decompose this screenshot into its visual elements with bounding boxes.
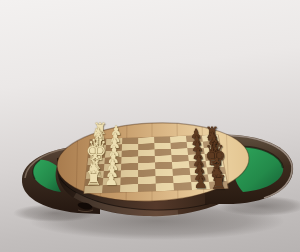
chess-case-illustration xyxy=(0,0,300,252)
chess-set-photo: ♜♟♟♜♞♟♟♞♝♟♟♝♛♟♟♛♚♟♟♚♝♟♟♝♞♟♟♞♜♟♟♜ xyxy=(0,0,300,252)
square xyxy=(102,185,120,193)
square xyxy=(156,183,174,191)
square xyxy=(138,184,156,192)
square xyxy=(120,184,138,192)
square xyxy=(191,182,210,190)
chess-board xyxy=(84,135,228,194)
square xyxy=(173,182,192,190)
square xyxy=(209,181,228,189)
board-squares xyxy=(84,135,228,194)
square xyxy=(84,185,103,193)
